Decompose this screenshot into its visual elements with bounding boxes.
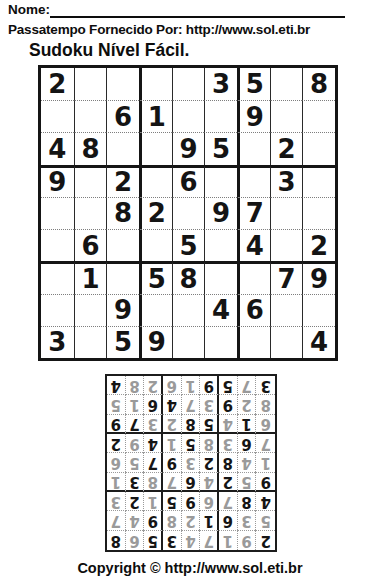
solution-cell-r6c1: 7 (256, 434, 275, 453)
puzzle-cell-r9c6 (204, 326, 237, 358)
puzzle-cell-r8c2 (74, 294, 107, 326)
puzzle-cell-r8c1 (41, 294, 74, 326)
solution-cell-r8c7: 6 (144, 395, 163, 414)
solution-cell-r6c2: 6 (238, 434, 257, 453)
puzzle-cell-r3c8: 2 (270, 132, 303, 164)
solution-cell-r4c9: 1 (107, 473, 126, 492)
solution-cell-r3c3: 7 (219, 492, 238, 511)
provider-text: Passatempo Fornecido Por: http://www.sol… (8, 22, 372, 37)
solution-cell-r9c2: 7 (238, 376, 257, 395)
solution-cell-r1c2: 9 (238, 531, 257, 550)
puzzle-cell-r4c3: 2 (106, 165, 139, 197)
solution-cell-r8c3: 9 (219, 395, 238, 414)
solution-cell-r9c4: 9 (200, 376, 219, 395)
name-label: Nome: (8, 2, 50, 18)
puzzle-cell-r2c7: 9 (237, 100, 270, 132)
puzzle-cell-r9c9: 4 (302, 326, 335, 358)
solution-cell-r1c8: 6 (126, 531, 145, 550)
solution-cell-r5c7: 7 (144, 453, 163, 472)
puzzle-cell-r9c7 (237, 326, 270, 358)
copyright-text: Copyright © http://www.sol.eti.br (0, 560, 380, 576)
puzzle-cell-r1c9: 8 (302, 68, 335, 100)
solution-cell-r3c4: 6 (200, 492, 219, 511)
solution-cell-r2c4: 1 (200, 511, 219, 530)
puzzle-cell-r2c5 (172, 100, 205, 132)
solution-cell-r6c9: 2 (107, 434, 126, 453)
solution-cell-r7c1: 6 (256, 415, 275, 434)
solution-cell-r1c4: 7 (200, 531, 219, 550)
puzzle-cell-r7c4: 5 (139, 261, 172, 293)
solution-cell-r4c8: 3 (126, 473, 145, 492)
puzzle-cell-r4c9 (302, 165, 335, 197)
puzzle-cell-r2c2 (74, 100, 107, 132)
solution-cell-r5c9: 6 (107, 453, 126, 472)
name-row: Nome: (8, 2, 345, 18)
solution-cell-r2c9: 7 (107, 511, 126, 530)
solution-cell-r8c6: 4 (163, 395, 182, 414)
puzzle-cell-r3c3 (106, 132, 139, 164)
solution-cell-r1c5: 4 (182, 531, 201, 550)
puzzle-cell-r9c1: 3 (41, 326, 74, 358)
solution-cell-r9c9: 4 (107, 376, 126, 395)
solution-cell-r2c5: 2 (182, 511, 201, 530)
solution-cell-r3c7: 1 (144, 492, 163, 511)
solution-cell-r4c6: 7 (163, 473, 182, 492)
page-title: Sudoku Nível Fácil. (29, 40, 189, 61)
solution-cell-r2c3: 6 (219, 511, 238, 530)
solution-cell-r5c8: 5 (126, 453, 145, 472)
solution-cell-r9c3: 5 (219, 376, 238, 395)
solution-cell-r3c2: 8 (238, 492, 257, 511)
puzzle-cell-r7c5: 8 (172, 261, 205, 293)
sudoku-solution-grid-rotated: 2917435685361289474876951239524678311482… (105, 374, 277, 552)
solution-cell-r7c3: 4 (219, 415, 238, 434)
solution-cell-r6c3: 3 (219, 434, 238, 453)
solution-cell-r8c4: 3 (200, 395, 219, 414)
puzzle-cell-r5c9 (302, 197, 335, 229)
puzzle-cell-r1c6: 3 (204, 68, 237, 100)
puzzle-cell-r8c5 (172, 294, 205, 326)
puzzle-cell-r6c4 (139, 229, 172, 261)
puzzle-cell-r9c3: 5 (106, 326, 139, 358)
solution-cell-r4c5: 6 (182, 473, 201, 492)
solution-cell-r5c5: 3 (182, 453, 201, 472)
puzzle-cell-r4c2 (74, 165, 107, 197)
solution-cell-r2c6: 8 (163, 511, 182, 530)
solution-cell-r9c5: 1 (182, 376, 201, 395)
puzzle-cell-r2c8 (270, 100, 303, 132)
sudoku-puzzle-grid: 235861948952926382976542158799463594 (38, 65, 338, 361)
puzzle-cell-r2c1 (41, 100, 74, 132)
solution-cell-r9c8: 8 (126, 376, 145, 395)
puzzle-cell-r7c9: 9 (302, 261, 335, 293)
name-blank-line (50, 2, 345, 18)
solution-cell-r5c3: 8 (219, 453, 238, 472)
puzzle-cell-r3c4 (139, 132, 172, 164)
puzzle-cell-r1c5 (172, 68, 205, 100)
puzzle-cell-r5c1 (41, 197, 74, 229)
puzzle-cell-r2c3: 6 (106, 100, 139, 132)
puzzle-cell-r4c4 (139, 165, 172, 197)
solution-cell-r8c2: 2 (238, 395, 257, 414)
puzzle-cell-r3c1: 4 (41, 132, 74, 164)
puzzle-cell-r3c7 (237, 132, 270, 164)
puzzle-cell-r5c5 (172, 197, 205, 229)
solution-cell-r4c7: 8 (144, 473, 163, 492)
puzzle-cell-r1c3 (106, 68, 139, 100)
puzzle-cell-r9c2 (74, 326, 107, 358)
solution-cell-r6c5: 5 (182, 434, 201, 453)
solution-cell-r7c7: 3 (144, 415, 163, 434)
solution-cell-r5c2: 4 (238, 453, 257, 472)
puzzle-cell-r7c3 (106, 261, 139, 293)
solution-cell-r8c1: 8 (256, 395, 275, 414)
puzzle-cell-r3c6: 5 (204, 132, 237, 164)
solution-cell-r8c8: 1 (126, 395, 145, 414)
solution-cell-r3c8: 2 (126, 492, 145, 511)
puzzle-cell-r5c3: 8 (106, 197, 139, 229)
puzzle-cell-r5c2 (74, 197, 107, 229)
puzzle-cell-r6c9: 2 (302, 229, 335, 261)
solution-cell-r7c5: 8 (182, 415, 201, 434)
puzzle-cell-r4c6 (204, 165, 237, 197)
solution-cell-r6c6: 1 (163, 434, 182, 453)
solution-cell-r7c8: 7 (126, 415, 145, 434)
puzzle-cell-r5c4: 2 (139, 197, 172, 229)
solution-cell-r3c9: 3 (107, 492, 126, 511)
solution-cell-r2c7: 9 (144, 511, 163, 530)
solution-cell-r1c7: 5 (144, 531, 163, 550)
puzzle-cell-r7c6 (204, 261, 237, 293)
solution-cell-r6c7: 4 (144, 434, 163, 453)
puzzle-cell-r1c8 (270, 68, 303, 100)
puzzle-cell-r1c4 (139, 68, 172, 100)
puzzle-cell-r6c8 (270, 229, 303, 261)
puzzle-cell-r2c9 (302, 100, 335, 132)
solution-cell-r7c4: 5 (200, 415, 219, 434)
puzzle-cell-r1c7: 5 (237, 68, 270, 100)
solution-cell-r6c8: 9 (126, 434, 145, 453)
puzzle-cell-r8c6: 4 (204, 294, 237, 326)
solution-cell-r4c1: 9 (256, 473, 275, 492)
solution-cell-r1c3: 1 (219, 531, 238, 550)
solution-cell-r5c6: 9 (163, 453, 182, 472)
solution-cell-r5c4: 2 (200, 453, 219, 472)
solution-cell-r2c2: 3 (238, 511, 257, 530)
puzzle-cell-r3c5: 9 (172, 132, 205, 164)
puzzle-cell-r8c7: 6 (237, 294, 270, 326)
solution-cell-r4c4: 4 (200, 473, 219, 492)
puzzle-cell-r4c5: 6 (172, 165, 205, 197)
puzzle-cell-r1c1: 2 (41, 68, 74, 100)
puzzle-cell-r8c3: 9 (106, 294, 139, 326)
puzzle-cell-r5c8 (270, 197, 303, 229)
puzzle-cell-r9c4: 9 (139, 326, 172, 358)
solution-cell-r9c6: 6 (163, 376, 182, 395)
puzzle-cell-r4c1: 9 (41, 165, 74, 197)
puzzle-cell-r1c2 (74, 68, 107, 100)
puzzle-cell-r8c4 (139, 294, 172, 326)
puzzle-cell-r5c6: 9 (204, 197, 237, 229)
puzzle-cell-r8c9 (302, 294, 335, 326)
puzzle-cell-r6c3 (106, 229, 139, 261)
solution-cell-r4c2: 5 (238, 473, 257, 492)
puzzle-cell-r3c9 (302, 132, 335, 164)
puzzle-cell-r6c2: 6 (74, 229, 107, 261)
solution-cell-r2c1: 5 (256, 511, 275, 530)
solution-cell-r8c9: 5 (107, 395, 126, 414)
solution-cell-r7c9: 9 (107, 415, 126, 434)
puzzle-cell-r7c7 (237, 261, 270, 293)
solution-cell-r3c6: 5 (163, 492, 182, 511)
puzzle-cell-r2c4: 1 (139, 100, 172, 132)
solution-cell-r3c1: 4 (256, 492, 275, 511)
solution-cell-r7c6: 2 (163, 415, 182, 434)
puzzle-cell-r6c1 (41, 229, 74, 261)
puzzle-cell-r7c1 (41, 261, 74, 293)
puzzle-cell-r7c2: 1 (74, 261, 107, 293)
puzzle-cell-r4c7 (237, 165, 270, 197)
solution-cell-r1c6: 3 (163, 531, 182, 550)
solution-cell-r8c5: 7 (182, 395, 201, 414)
puzzle-cell-r6c6 (204, 229, 237, 261)
puzzle-cell-r4c8: 3 (270, 165, 303, 197)
solution-cell-r3c5: 9 (182, 492, 201, 511)
puzzle-cell-r6c7: 4 (237, 229, 270, 261)
solution-cell-r7c2: 1 (238, 415, 257, 434)
solution-cell-r9c7: 2 (144, 376, 163, 395)
puzzle-cell-r5c7: 7 (237, 197, 270, 229)
solution-cell-r6c4: 8 (200, 434, 219, 453)
puzzle-cell-r2c6 (204, 100, 237, 132)
solution-cell-r4c3: 2 (219, 473, 238, 492)
solution-cell-r1c9: 8 (107, 531, 126, 550)
solution-cell-r1c1: 2 (256, 531, 275, 550)
puzzle-cell-r6c5: 5 (172, 229, 205, 261)
puzzle-cell-r3c2: 8 (74, 132, 107, 164)
solution-cell-r9c1: 3 (256, 376, 275, 395)
solution-cell-r5c1: 1 (256, 453, 275, 472)
puzzle-cell-r7c8: 7 (270, 261, 303, 293)
solution-cell-r2c8: 4 (126, 511, 145, 530)
puzzle-cell-r9c8 (270, 326, 303, 358)
puzzle-cell-r9c5 (172, 326, 205, 358)
puzzle-cell-r8c8 (270, 294, 303, 326)
